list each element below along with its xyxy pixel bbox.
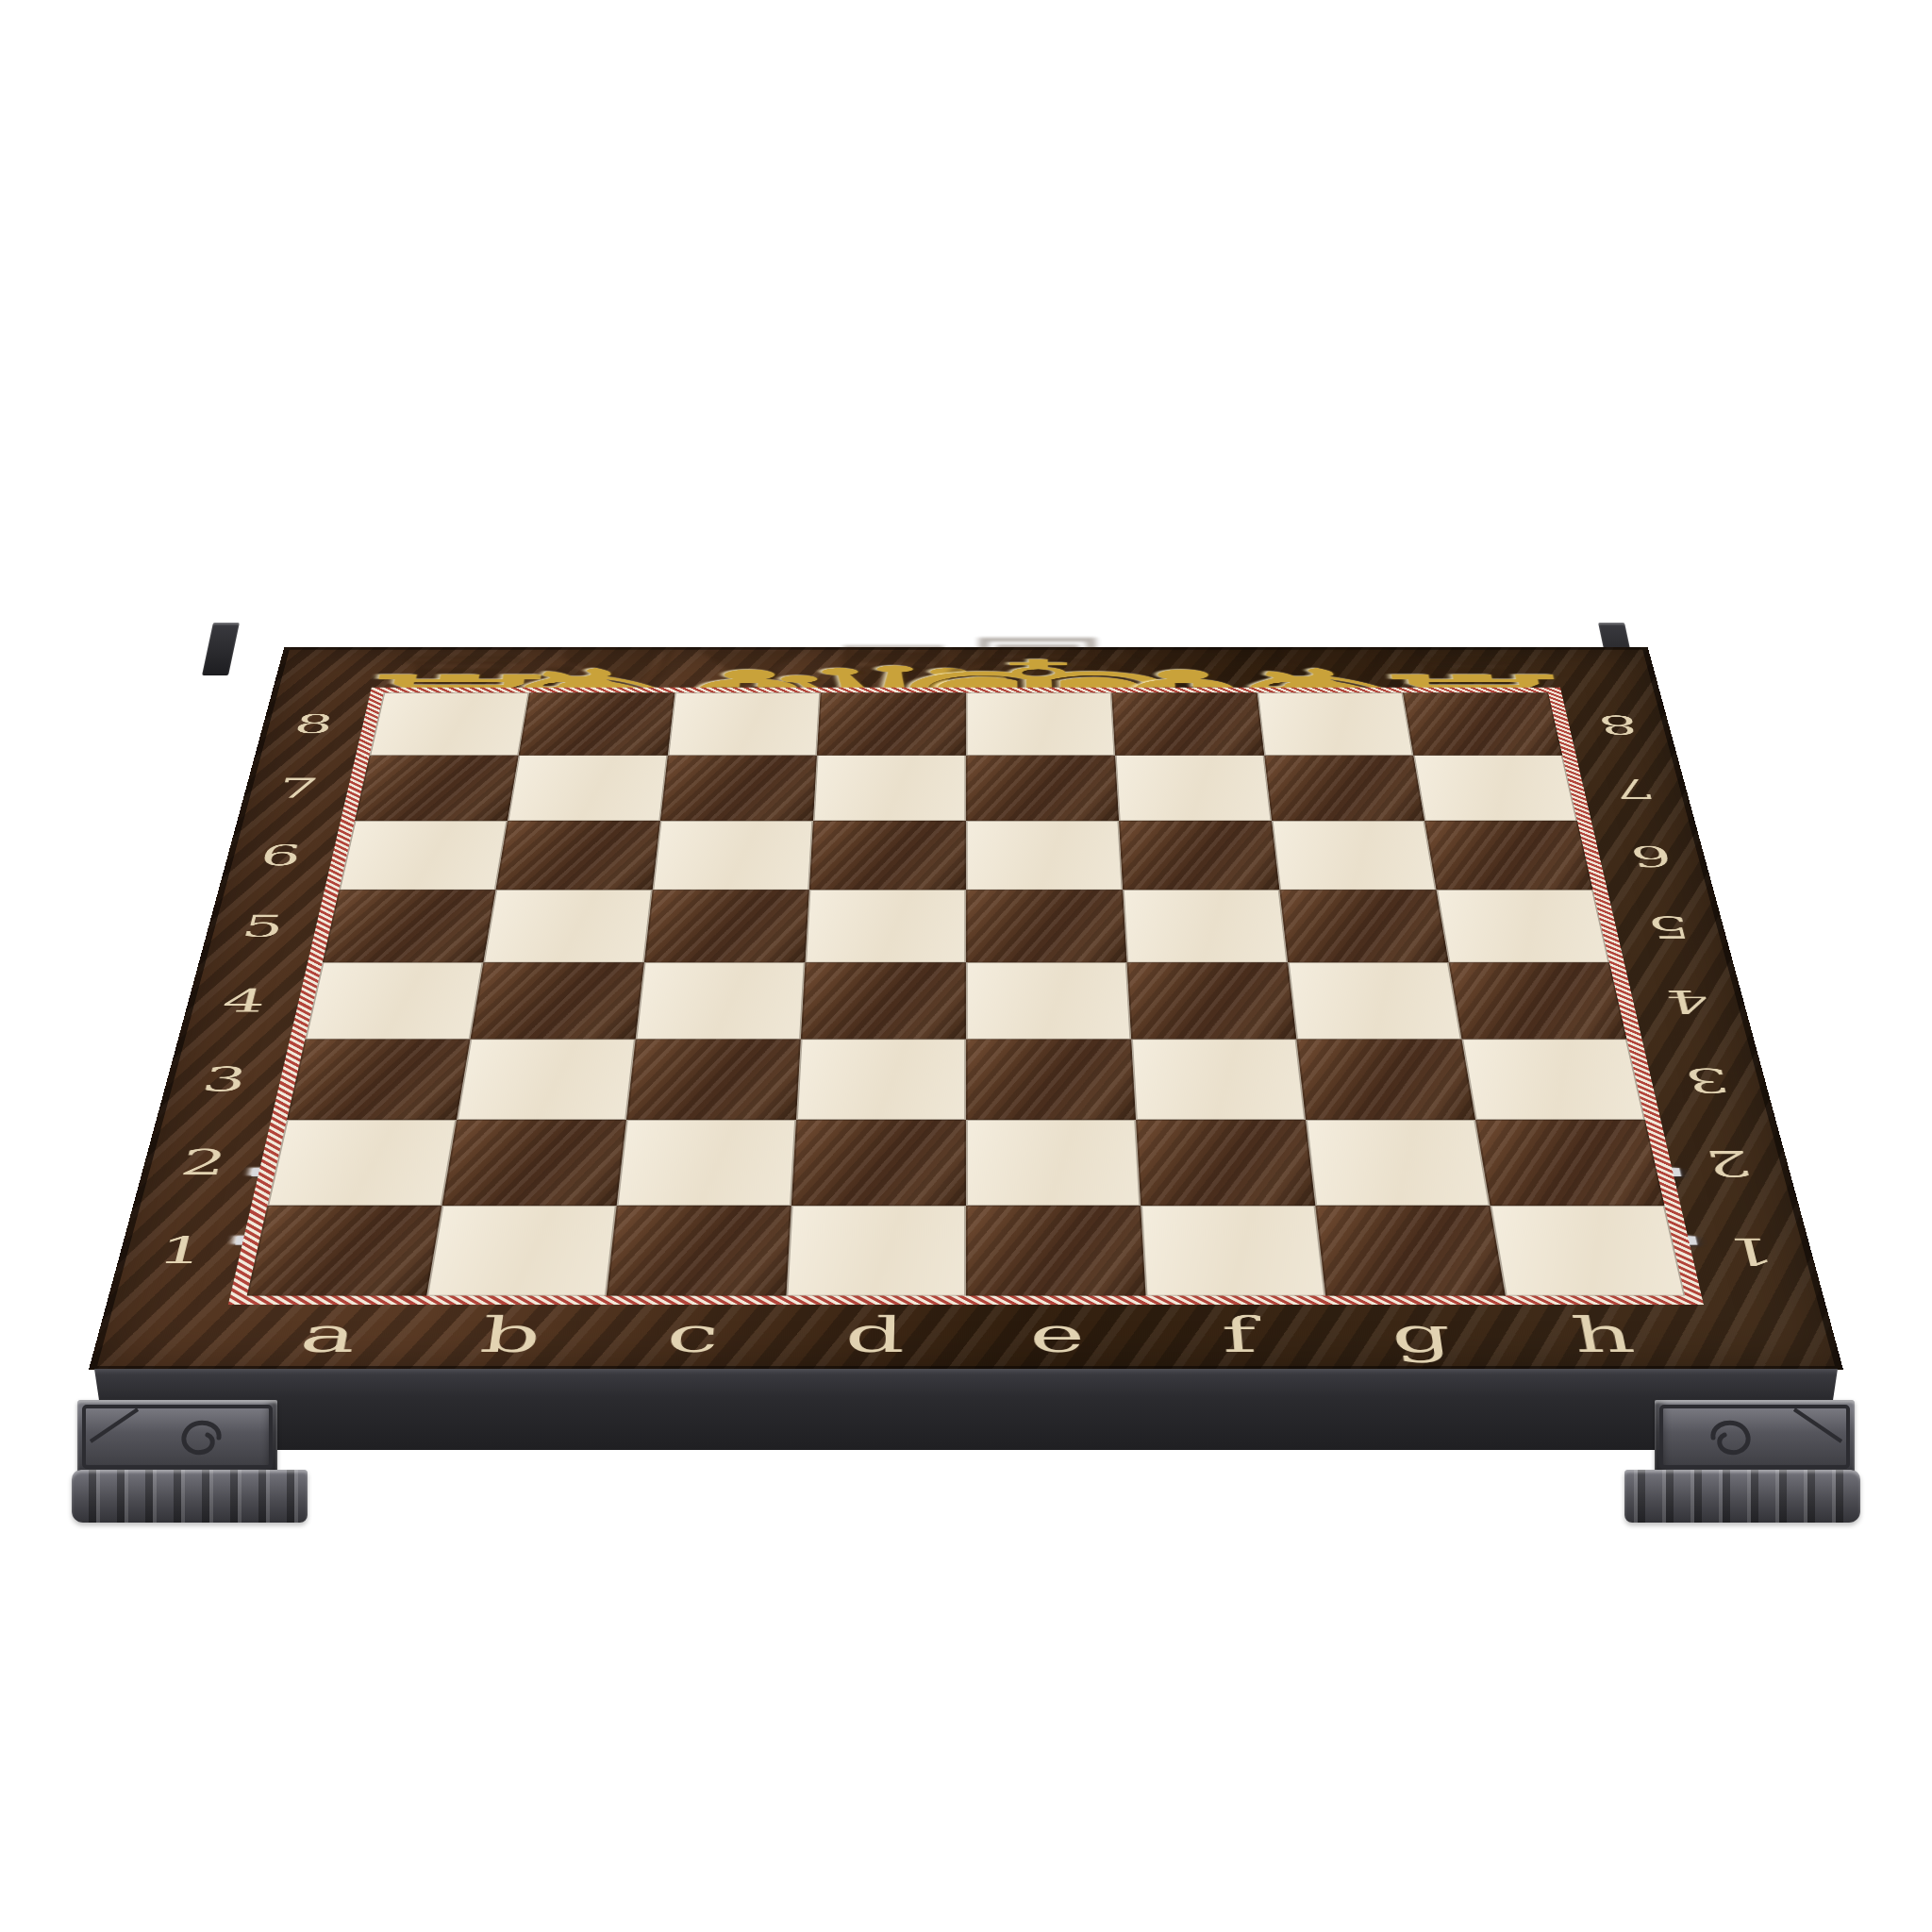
square-b5[interactable]	[483, 890, 652, 962]
label-file-g: g	[1326, 1307, 1516, 1363]
square-e6[interactable]	[966, 821, 1123, 890]
square-b4[interactable]	[471, 962, 644, 1039]
piece-gold-bishop-f8[interactable]: ♝	[1041, 663, 1331, 730]
piece-gold-pawn-h7[interactable]: ♟	[1394, 749, 1590, 794]
label-file-b: b	[415, 1307, 605, 1363]
square-h4[interactable]	[1449, 962, 1627, 1039]
piece-silver-king-e1[interactable]: ♚	[825, 1133, 1284, 1259]
square-a4[interactable]	[305, 962, 483, 1039]
square-c6[interactable]	[653, 821, 813, 890]
far-corner-bracket-left	[202, 623, 240, 675]
piece-silver-knight-b1[interactable]: ♞	[322, 1148, 730, 1259]
piece-gold-rook-h8[interactable]: ♜	[1342, 669, 1614, 730]
square-g5[interactable]	[1279, 890, 1448, 962]
square-h6[interactable]	[1424, 821, 1593, 890]
label-file-f: f	[1146, 1307, 1333, 1363]
label-rank-left-5: 5	[204, 909, 322, 943]
square-c4[interactable]	[636, 962, 806, 1039]
square-b6[interactable]	[495, 821, 659, 890]
square-f5[interactable]	[1123, 890, 1288, 962]
square-h5[interactable]	[1437, 890, 1610, 962]
label-rank-right-3: 3	[1645, 1061, 1770, 1099]
product-photo: 8765432187654321abcdefgh ♜♜♞♞♝♝♛♛♚♚♝♝♞♞♜…	[0, 0, 1932, 1932]
label-file-d: d	[782, 1307, 966, 1363]
label-rank-left-3: 3	[162, 1061, 287, 1099]
square-a6[interactable]	[339, 821, 508, 890]
piece-gold-rook-a8[interactable]: ♜	[318, 669, 590, 730]
label-rank-right-4: 4	[1627, 983, 1748, 1019]
square-d4[interactable]	[801, 962, 966, 1039]
square-e5[interactable]	[966, 890, 1127, 962]
square-d6[interactable]	[809, 821, 966, 890]
label-rank-left-4: 4	[184, 983, 305, 1019]
chess-board: 8765432187654321abcdefgh ♜♜♞♞♝♝♛♛♚♚♝♝♞♞♜…	[89, 647, 1843, 1370]
label-rank-right-6: 6	[1594, 840, 1708, 873]
label-file-h: h	[1507, 1307, 1701, 1363]
square-f6[interactable]	[1119, 821, 1279, 890]
leg-scroll-block	[1655, 1400, 1855, 1474]
board-leg-left	[72, 1400, 313, 1524]
square-g6[interactable]	[1272, 821, 1436, 890]
label-file-a: a	[232, 1307, 425, 1363]
board-leg-right	[1619, 1400, 1860, 1524]
label-rank-left-7: 7	[241, 773, 353, 804]
square-f4[interactable]	[1127, 962, 1297, 1039]
square-c5[interactable]	[644, 890, 809, 962]
label-file-c: c	[599, 1307, 786, 1363]
board-front-edge	[94, 1369, 1838, 1450]
label-file-e: e	[966, 1307, 1150, 1363]
piece-gold-bishop-c8[interactable]: ♝	[601, 663, 891, 730]
leg-scroll-block	[77, 1400, 277, 1474]
label-rank-left-6: 6	[224, 840, 338, 873]
label-rank-right-5: 5	[1610, 909, 1728, 943]
leg-fluted-foot	[1624, 1470, 1860, 1523]
square-a5[interactable]	[323, 890, 496, 962]
square-g4[interactable]	[1288, 962, 1461, 1039]
square-e4[interactable]	[966, 962, 1131, 1039]
square-d5[interactable]	[805, 890, 966, 962]
leg-fluted-foot	[72, 1470, 308, 1523]
label-rank-right-7: 7	[1578, 773, 1690, 804]
